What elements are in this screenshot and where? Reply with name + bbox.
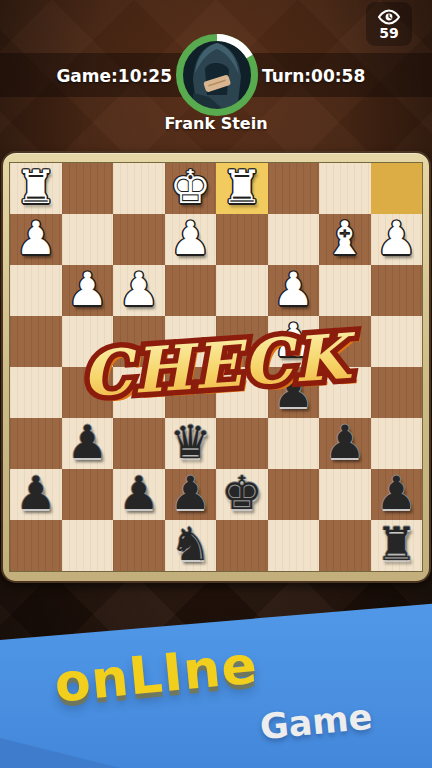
piece-bN[interactable]: ♞ (170, 521, 211, 567)
watchers-count: 59 (379, 26, 398, 40)
board-square[interactable]: ♟ (268, 265, 320, 316)
avatar-image (175, 33, 259, 117)
board-square[interactable] (319, 469, 371, 520)
piece-bP[interactable]: ♟ (67, 419, 108, 465)
board-square[interactable] (165, 316, 217, 367)
board-square[interactable] (216, 520, 268, 571)
eye-icon (377, 9, 401, 25)
piece-wP[interactable]: ♟ (376, 215, 417, 261)
board-square[interactable] (10, 520, 62, 571)
board-square[interactable]: ♟ (319, 418, 371, 469)
board-square[interactable] (113, 367, 165, 418)
board-square[interactable] (319, 265, 371, 316)
board-square[interactable] (268, 214, 320, 265)
board-square[interactable]: ♟ (10, 214, 62, 265)
board-grid: ♜♚♜♟♟♝♟♟♟♟♟♟♟♛♟♟♟♟♚♟♞♜ (10, 163, 422, 571)
board-square[interactable] (371, 265, 423, 316)
board-square[interactable]: ♜ (216, 163, 268, 214)
board-square[interactable] (319, 367, 371, 418)
piece-wB[interactable]: ♝ (324, 215, 365, 261)
board-square[interactable]: ♜ (371, 520, 423, 571)
board-square[interactable] (371, 163, 423, 214)
board-square[interactable]: ♟ (113, 265, 165, 316)
board-square[interactable] (113, 214, 165, 265)
board-square[interactable]: ♟ (268, 367, 320, 418)
piece-wP[interactable]: ♟ (273, 317, 314, 363)
board-square[interactable] (10, 316, 62, 367)
board-square[interactable] (216, 265, 268, 316)
board-square[interactable] (268, 469, 320, 520)
chess-board-frame: ♜♚♜♟♟♝♟♟♟♟♟♟♟♛♟♟♟♟♚♟♞♜ (1, 151, 431, 583)
board-square[interactable]: ♚ (216, 469, 268, 520)
board-square[interactable] (165, 367, 217, 418)
board-square[interactable]: ♛ (165, 418, 217, 469)
board-square[interactable] (113, 163, 165, 214)
board-square[interactable] (62, 214, 114, 265)
board-square[interactable]: ♟ (268, 316, 320, 367)
piece-bP[interactable]: ♟ (170, 470, 211, 516)
piece-bP[interactable]: ♟ (273, 368, 314, 414)
piece-wR[interactable]: ♜ (15, 164, 56, 210)
board-square[interactable] (268, 418, 320, 469)
board-square[interactable] (62, 316, 114, 367)
board-square[interactable]: ♟ (165, 469, 217, 520)
opponent-name: Frank Stein (0, 114, 432, 133)
board-square[interactable] (62, 520, 114, 571)
board-square[interactable]: ♟ (165, 214, 217, 265)
board-square[interactable]: ♜ (10, 163, 62, 214)
board-square[interactable] (62, 163, 114, 214)
board-square[interactable]: ♟ (371, 469, 423, 520)
board-square[interactable] (319, 316, 371, 367)
board-square[interactable] (113, 520, 165, 571)
piece-wP[interactable]: ♟ (273, 266, 314, 312)
board-square[interactable] (10, 418, 62, 469)
board-square[interactable]: ♝ (319, 214, 371, 265)
board-square[interactable] (216, 214, 268, 265)
watchers-badge[interactable]: 59 (366, 2, 412, 46)
piece-bP[interactable]: ♟ (15, 470, 56, 516)
piece-wK[interactable]: ♚ (170, 164, 211, 210)
piece-bR[interactable]: ♜ (376, 521, 417, 567)
board-square[interactable] (268, 520, 320, 571)
board-square[interactable]: ♟ (113, 469, 165, 520)
piece-wP[interactable]: ♟ (15, 215, 56, 261)
board-square[interactable] (62, 367, 114, 418)
piece-bP[interactable]: ♟ (324, 419, 365, 465)
board-square[interactable] (113, 418, 165, 469)
board-square[interactable] (62, 469, 114, 520)
board-square[interactable] (10, 367, 62, 418)
board-square[interactable] (10, 265, 62, 316)
board-square[interactable]: ♞ (165, 520, 217, 571)
board-square[interactable] (268, 163, 320, 214)
board-square[interactable] (371, 418, 423, 469)
game-timer: Game:10:25 (0, 66, 172, 86)
board-square[interactable]: ♟ (62, 265, 114, 316)
piece-bQ[interactable]: ♛ (170, 419, 211, 465)
board-square[interactable]: ♟ (10, 469, 62, 520)
board-square[interactable]: ♟ (371, 214, 423, 265)
piece-wP[interactable]: ♟ (118, 266, 159, 312)
board-square[interactable] (319, 520, 371, 571)
piece-wP[interactable]: ♟ (67, 266, 108, 312)
piece-bK[interactable]: ♚ (221, 470, 262, 516)
piece-bP[interactable]: ♟ (118, 470, 159, 516)
board-square[interactable] (371, 316, 423, 367)
chess-board: ♜♚♜♟♟♝♟♟♟♟♟♟♟♛♟♟♟♟♚♟♞♜ (9, 162, 423, 572)
turn-timer: Turn:00:58 (262, 66, 432, 86)
board-square[interactable] (216, 316, 268, 367)
board-square[interactable]: ♚ (165, 163, 217, 214)
board-square[interactable] (216, 418, 268, 469)
board-square[interactable] (319, 163, 371, 214)
opponent-avatar[interactable] (175, 33, 259, 117)
board-square[interactable] (216, 367, 268, 418)
board-square[interactable]: ♟ (62, 418, 114, 469)
board-square[interactable] (371, 367, 423, 418)
board-square[interactable] (113, 316, 165, 367)
piece-bP[interactable]: ♟ (376, 470, 417, 516)
banner-corner-accent (0, 728, 120, 768)
board-square[interactable] (165, 265, 217, 316)
piece-wR[interactable]: ♜ (221, 164, 262, 210)
piece-wP[interactable]: ♟ (170, 215, 211, 261)
